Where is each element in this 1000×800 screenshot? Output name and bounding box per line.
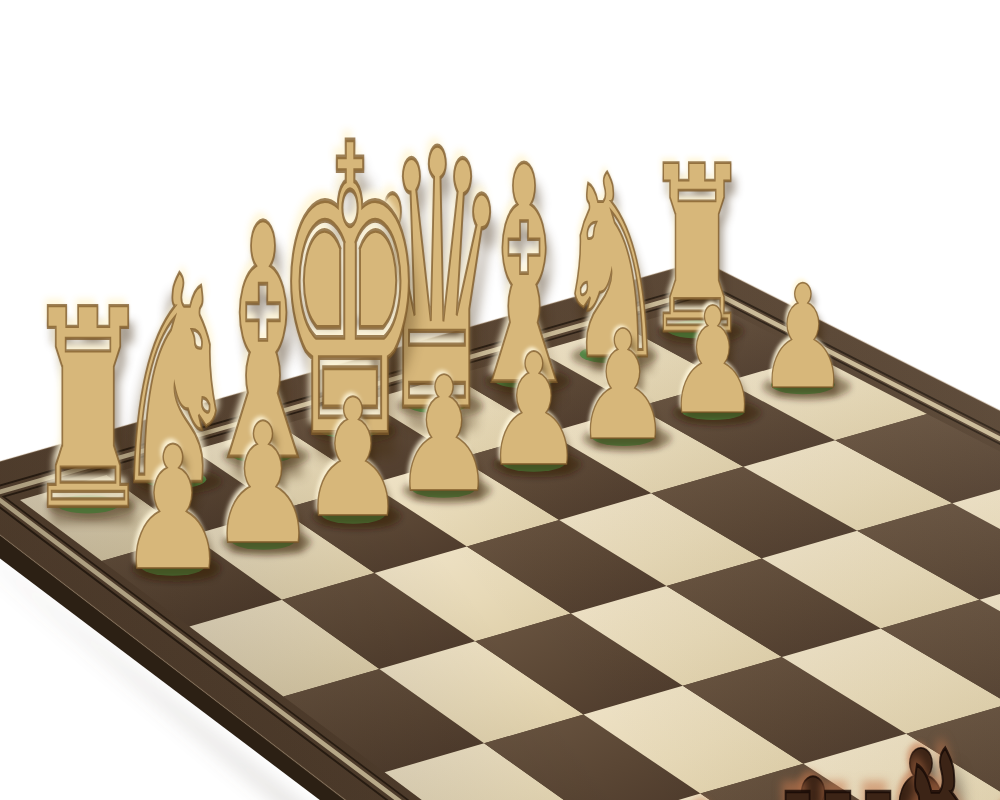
chessboard-product-photo: ♜♞♝♟♛♟♚♟♝♟♞♟♜♟♟♟♟♟♟♜♟♞♟♝♟♛♟♚♟♝♞♜ <box>0 0 1000 800</box>
piece-white-pawn-a2[interactable]: ♟ <box>757 266 849 409</box>
piece-white-pawn-c2[interactable]: ♟ <box>575 311 672 462</box>
piece-white-pawn-b2[interactable]: ♟ <box>666 288 761 435</box>
piece-white-pawn-e2[interactable]: ♟ <box>392 356 494 515</box>
piece-white-pawn-h2[interactable]: ♟ <box>118 424 228 595</box>
piece-black-rook-h8[interactable]: ♜ <box>754 751 921 800</box>
piece-black-pawn-h7[interactable]: ♟ <box>637 781 770 800</box>
piece-white-pawn-d2[interactable]: ♟ <box>484 333 584 488</box>
